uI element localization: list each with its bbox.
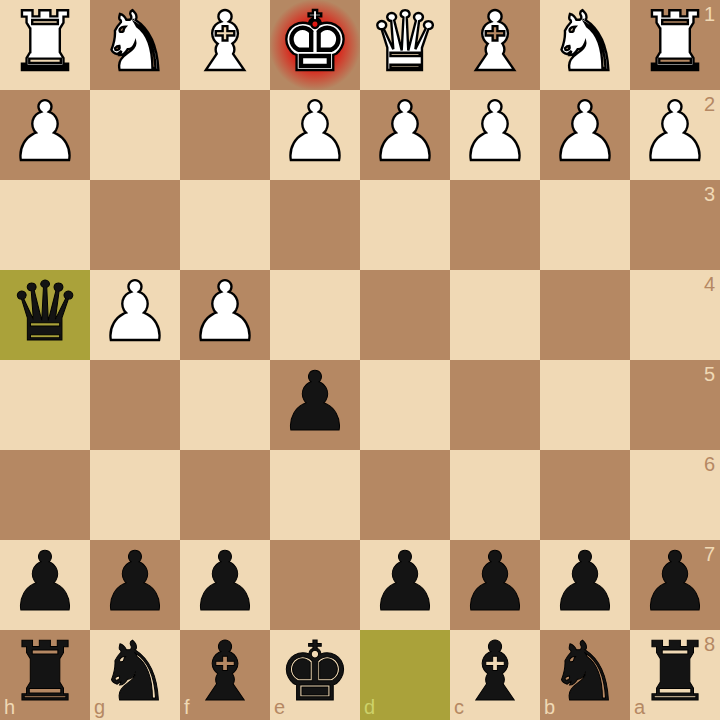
square-d1[interactable]: ♛ — [360, 0, 450, 90]
square-a3[interactable]: 3 — [630, 180, 720, 270]
square-a1[interactable]: 1♜ — [630, 0, 720, 90]
square-c6[interactable] — [450, 450, 540, 540]
square-a8[interactable]: 8a♜ — [630, 630, 720, 720]
square-e7[interactable] — [270, 540, 360, 630]
black-bishop[interactable]: ♝ — [188, 630, 262, 717]
file-label-d: d — [364, 697, 375, 717]
black-pawn[interactable]: ♟ — [368, 540, 442, 627]
square-g4[interactable]: ♟ — [90, 270, 180, 360]
square-g1[interactable]: ♞ — [90, 0, 180, 90]
square-e1[interactable]: ♚ — [270, 0, 360, 90]
square-f2[interactable] — [180, 90, 270, 180]
square-e4[interactable] — [270, 270, 360, 360]
white-king[interactable]: ♚ — [278, 0, 352, 87]
square-h3[interactable] — [0, 180, 90, 270]
square-f7[interactable]: ♟ — [180, 540, 270, 630]
black-bishop[interactable]: ♝ — [458, 630, 532, 717]
square-c8[interactable]: c♝ — [450, 630, 540, 720]
square-a4[interactable]: 4 — [630, 270, 720, 360]
black-pawn[interactable]: ♟ — [98, 540, 172, 627]
white-rook[interactable]: ♜ — [638, 0, 712, 87]
black-pawn[interactable]: ♟ — [188, 540, 262, 627]
square-b1[interactable]: ♞ — [540, 0, 630, 90]
rank-label-4: 4 — [704, 274, 715, 294]
white-bishop[interactable]: ♝ — [458, 0, 532, 87]
square-h8[interactable]: h♜ — [0, 630, 90, 720]
square-f8[interactable]: f♝ — [180, 630, 270, 720]
square-f6[interactable] — [180, 450, 270, 540]
rank-label-5: 5 — [704, 364, 715, 384]
square-a2[interactable]: 2♟ — [630, 90, 720, 180]
black-knight[interactable]: ♞ — [548, 630, 622, 717]
square-c2[interactable]: ♟ — [450, 90, 540, 180]
square-g7[interactable]: ♟ — [90, 540, 180, 630]
square-d3[interactable] — [360, 180, 450, 270]
white-bishop[interactable]: ♝ — [188, 0, 262, 87]
white-pawn[interactable]: ♟ — [8, 90, 82, 177]
square-e5[interactable]: ♟ — [270, 360, 360, 450]
square-g5[interactable] — [90, 360, 180, 450]
square-f3[interactable] — [180, 180, 270, 270]
square-g8[interactable]: g♞ — [90, 630, 180, 720]
white-pawn[interactable]: ♟ — [98, 270, 172, 357]
square-f1[interactable]: ♝ — [180, 0, 270, 90]
square-h7[interactable]: ♟ — [0, 540, 90, 630]
white-pawn[interactable]: ♟ — [638, 90, 712, 177]
square-d4[interactable] — [360, 270, 450, 360]
square-e2[interactable]: ♟ — [270, 90, 360, 180]
square-c5[interactable] — [450, 360, 540, 450]
square-f5[interactable] — [180, 360, 270, 450]
black-queen[interactable]: ♛ — [8, 270, 82, 357]
square-c1[interactable]: ♝ — [450, 0, 540, 90]
square-b3[interactable] — [540, 180, 630, 270]
square-h5[interactable] — [0, 360, 90, 450]
black-pawn[interactable]: ♟ — [458, 540, 532, 627]
square-b5[interactable] — [540, 360, 630, 450]
square-d8[interactable]: d — [360, 630, 450, 720]
square-h6[interactable] — [0, 450, 90, 540]
white-pawn[interactable]: ♟ — [368, 90, 442, 177]
white-pawn[interactable]: ♟ — [458, 90, 532, 177]
white-knight[interactable]: ♞ — [548, 0, 622, 87]
square-b7[interactable]: ♟ — [540, 540, 630, 630]
square-b4[interactable] — [540, 270, 630, 360]
square-c7[interactable]: ♟ — [450, 540, 540, 630]
white-pawn[interactable]: ♟ — [278, 90, 352, 177]
square-c4[interactable] — [450, 270, 540, 360]
chess-board: ♜♞♝♚♛♝♞1♜♟♟♟♟♟2♟3♛♟♟4♟56♟♟♟♟♟♟7♟h♜g♞f♝e♚… — [0, 0, 720, 720]
square-e8[interactable]: e♚ — [270, 630, 360, 720]
square-b2[interactable]: ♟ — [540, 90, 630, 180]
square-g6[interactable] — [90, 450, 180, 540]
square-f4[interactable]: ♟ — [180, 270, 270, 360]
black-rook[interactable]: ♜ — [638, 630, 712, 717]
square-a5[interactable]: 5 — [630, 360, 720, 450]
square-b6[interactable] — [540, 450, 630, 540]
square-h1[interactable]: ♜ — [0, 0, 90, 90]
square-d5[interactable] — [360, 360, 450, 450]
black-knight[interactable]: ♞ — [98, 630, 172, 717]
black-pawn[interactable]: ♟ — [8, 540, 82, 627]
square-d2[interactable]: ♟ — [360, 90, 450, 180]
black-rook[interactable]: ♜ — [8, 630, 82, 717]
white-pawn[interactable]: ♟ — [548, 90, 622, 177]
white-queen[interactable]: ♛ — [368, 0, 442, 87]
square-e3[interactable] — [270, 180, 360, 270]
square-h2[interactable]: ♟ — [0, 90, 90, 180]
square-a6[interactable]: 6 — [630, 450, 720, 540]
square-d7[interactable]: ♟ — [360, 540, 450, 630]
square-d6[interactable] — [360, 450, 450, 540]
square-e6[interactable] — [270, 450, 360, 540]
white-knight[interactable]: ♞ — [98, 0, 172, 87]
square-g3[interactable] — [90, 180, 180, 270]
white-rook[interactable]: ♜ — [8, 0, 82, 87]
black-king[interactable]: ♚ — [278, 630, 352, 717]
white-pawn[interactable]: ♟ — [188, 270, 262, 357]
black-pawn[interactable]: ♟ — [548, 540, 622, 627]
black-pawn[interactable]: ♟ — [638, 540, 712, 627]
square-b8[interactable]: b♞ — [540, 630, 630, 720]
black-pawn[interactable]: ♟ — [278, 360, 352, 447]
square-a7[interactable]: 7♟ — [630, 540, 720, 630]
square-h4[interactable]: ♛ — [0, 270, 90, 360]
square-g2[interactable] — [90, 90, 180, 180]
square-c3[interactable] — [450, 180, 540, 270]
rank-label-6: 6 — [704, 454, 715, 474]
rank-label-3: 3 — [704, 184, 715, 204]
